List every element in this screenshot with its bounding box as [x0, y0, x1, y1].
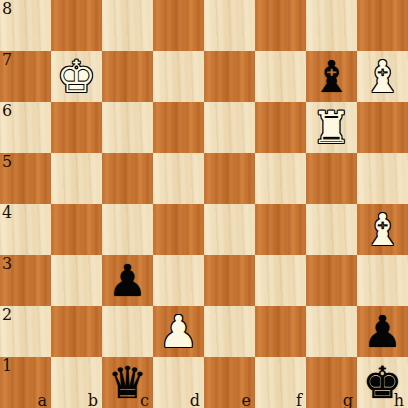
piece-black-bishop-g7[interactable]: ♝: [312, 51, 351, 102]
file-label-b: b: [88, 391, 98, 408]
square-g6[interactable]: ♜: [306, 102, 357, 153]
rank-label-5: 5: [2, 153, 12, 170]
square-a1[interactable]: 1a: [0, 357, 51, 408]
square-e1[interactable]: e: [204, 357, 255, 408]
square-c8[interactable]: [102, 0, 153, 51]
square-a8[interactable]: 8: [0, 0, 51, 51]
piece-white-bishop-h4[interactable]: ♝: [363, 204, 402, 255]
rank-label-1: 1: [2, 357, 12, 374]
square-h5[interactable]: [357, 153, 408, 204]
square-g2[interactable]: [306, 306, 357, 357]
file-label-d: d: [190, 391, 200, 408]
square-f4[interactable]: [255, 204, 306, 255]
square-b4[interactable]: [51, 204, 102, 255]
square-g5[interactable]: [306, 153, 357, 204]
rank-label-8: 8: [2, 0, 12, 17]
square-d2[interactable]: ♟: [153, 306, 204, 357]
square-d3[interactable]: [153, 255, 204, 306]
square-f8[interactable]: [255, 0, 306, 51]
square-g1[interactable]: g: [306, 357, 357, 408]
square-f7[interactable]: [255, 51, 306, 102]
square-b8[interactable]: [51, 0, 102, 51]
square-c5[interactable]: [102, 153, 153, 204]
square-e2[interactable]: [204, 306, 255, 357]
square-c1[interactable]: c♛: [102, 357, 153, 408]
square-b3[interactable]: [51, 255, 102, 306]
square-c6[interactable]: [102, 102, 153, 153]
square-g7[interactable]: ♝: [306, 51, 357, 102]
square-a2[interactable]: 2: [0, 306, 51, 357]
square-a6[interactable]: 6: [0, 102, 51, 153]
rank-label-7: 7: [2, 51, 12, 68]
square-a4[interactable]: 4: [0, 204, 51, 255]
square-f2[interactable]: [255, 306, 306, 357]
square-d4[interactable]: [153, 204, 204, 255]
square-f5[interactable]: [255, 153, 306, 204]
square-g3[interactable]: [306, 255, 357, 306]
piece-white-rook-g6[interactable]: ♜: [312, 102, 351, 153]
file-label-h: h: [394, 391, 404, 408]
square-a5[interactable]: 5: [0, 153, 51, 204]
square-e8[interactable]: [204, 0, 255, 51]
piece-white-bishop-h7[interactable]: ♝: [363, 51, 402, 102]
square-h3[interactable]: [357, 255, 408, 306]
square-h2[interactable]: ♟: [357, 306, 408, 357]
square-h7[interactable]: ♝: [357, 51, 408, 102]
file-label-f: f: [296, 391, 302, 408]
piece-white-pawn-d2[interactable]: ♟: [159, 306, 198, 357]
square-b1[interactable]: b: [51, 357, 102, 408]
square-d8[interactable]: [153, 0, 204, 51]
square-d1[interactable]: d: [153, 357, 204, 408]
square-b7[interactable]: ♚: [51, 51, 102, 102]
file-label-c: c: [140, 391, 149, 408]
square-f1[interactable]: f: [255, 357, 306, 408]
chess-board: 87♚♝♝6♜54♝3♟2♟♟1abc♛defgh♚: [0, 0, 408, 408]
square-a3[interactable]: 3: [0, 255, 51, 306]
square-g4[interactable]: [306, 204, 357, 255]
square-a7[interactable]: 7: [0, 51, 51, 102]
file-label-a: a: [37, 391, 47, 408]
piece-white-king-b7[interactable]: ♚: [57, 51, 96, 102]
square-e5[interactable]: [204, 153, 255, 204]
rank-label-2: 2: [2, 306, 12, 323]
square-e4[interactable]: [204, 204, 255, 255]
square-b2[interactable]: [51, 306, 102, 357]
square-b6[interactable]: [51, 102, 102, 153]
square-c4[interactable]: [102, 204, 153, 255]
square-e6[interactable]: [204, 102, 255, 153]
piece-black-pawn-h2[interactable]: ♟: [363, 306, 402, 357]
square-f6[interactable]: [255, 102, 306, 153]
square-h6[interactable]: [357, 102, 408, 153]
square-c7[interactable]: [102, 51, 153, 102]
square-d5[interactable]: [153, 153, 204, 204]
square-b5[interactable]: [51, 153, 102, 204]
rank-label-6: 6: [2, 102, 12, 119]
square-f3[interactable]: [255, 255, 306, 306]
rank-label-4: 4: [2, 204, 12, 221]
square-e7[interactable]: [204, 51, 255, 102]
file-label-e: e: [242, 391, 251, 408]
square-g8[interactable]: [306, 0, 357, 51]
square-c3[interactable]: ♟: [102, 255, 153, 306]
rank-label-3: 3: [2, 255, 12, 272]
square-d7[interactable]: [153, 51, 204, 102]
square-c2[interactable]: [102, 306, 153, 357]
piece-black-pawn-c3[interactable]: ♟: [108, 255, 147, 306]
square-h8[interactable]: [357, 0, 408, 51]
square-h1[interactable]: h♚: [357, 357, 408, 408]
square-d6[interactable]: [153, 102, 204, 153]
square-h4[interactable]: ♝: [357, 204, 408, 255]
square-e3[interactable]: [204, 255, 255, 306]
file-label-g: g: [343, 391, 353, 408]
